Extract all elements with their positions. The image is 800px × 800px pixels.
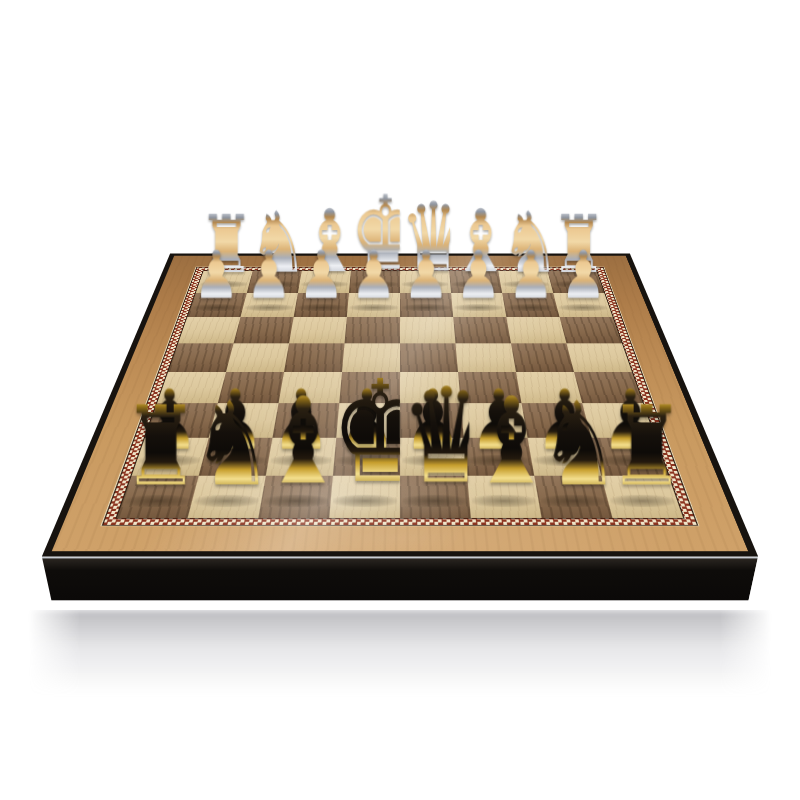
piece-black-king-e8: ♚: [321, 361, 410, 502]
piece-shadow-f8: [263, 495, 329, 508]
piece-black-pawn-e7: ♟: [325, 379, 409, 462]
square-f2: [294, 293, 349, 317]
piece-shadow-h8: [123, 495, 191, 508]
chess-board: ♜♞♝♚♛♝♞♜♟♟♟♟♟♟♟♟♟♟♟♟♟♟♟♟♜♞♝♚♛♝♞♜: [42, 254, 758, 557]
square-e1: [349, 271, 400, 293]
square-c3: [453, 317, 511, 343]
piece-black-pawn-d7: ♟: [391, 379, 475, 462]
square-b4: [511, 343, 574, 372]
piece-shadow-g7: [204, 455, 268, 466]
piece-shadow-h7: [137, 455, 202, 466]
piece-black-pawn-c7: ♟: [457, 379, 541, 462]
square-h3: [178, 317, 240, 343]
square-e2: [347, 293, 400, 317]
piece-black-queen-d8: ♛: [390, 370, 479, 502]
piece-shadow-e7: [336, 455, 398, 466]
square-b1: [498, 271, 553, 293]
square-g4: [226, 343, 289, 372]
piece-black-pawn-g7: ♟: [193, 379, 277, 462]
square-e3: [345, 317, 400, 343]
black-pawn-glyph: ♟: [466, 379, 532, 462]
square-h2: [187, 293, 247, 317]
piece-shadow-f7: [270, 455, 333, 466]
page-root: ♜♞♝♚♛♝♞♜♟♟♟♟♟♟♟♟♟♟♟♟♟♟♟♟♜♞♝♚♛♝♞♜: [0, 0, 800, 800]
square-f3: [289, 317, 347, 343]
piece-shadow-a8: [609, 495, 677, 508]
piece-shadow-e8: [333, 495, 398, 508]
square-c2: [451, 293, 506, 317]
square-g3: [234, 317, 294, 343]
piece-black-bishop-c8: ♝: [460, 382, 549, 502]
square-g2: [240, 293, 297, 317]
black-pawn-glyph: ♟: [532, 379, 598, 462]
black-pawn-glyph: ♟: [268, 379, 334, 462]
piece-shadow-g8: [193, 495, 260, 508]
piece-shadow-c7: [468, 455, 531, 466]
black-pawn-glyph: ♟: [334, 379, 400, 462]
piece-black-knight-b8: ♞: [529, 386, 618, 502]
square-c4: [455, 343, 516, 372]
square-a2: [553, 293, 613, 317]
black-bishop-glyph: ♝: [470, 382, 539, 502]
black-knight-glyph: ♞: [539, 386, 608, 502]
piece-shadow-b8: [540, 495, 607, 508]
square-f1: [298, 271, 351, 293]
square-a3: [560, 317, 622, 343]
square-b2: [502, 293, 559, 317]
piece-black-bishop-f8: ♝: [252, 382, 341, 502]
black-queen-glyph: ♛: [400, 370, 469, 502]
black-pawn-glyph: ♟: [400, 379, 466, 462]
black-knight-glyph: ♞: [192, 386, 261, 502]
board-front-face: [42, 556, 758, 600]
piece-shadow-d7: [402, 455, 464, 466]
scene: ♜♞♝♚♛♝♞♜♟♟♟♟♟♟♟♟♟♟♟♟♟♟♟♟♜♞♝♚♛♝♞♜: [0, 0, 800, 800]
piece-black-pawn-f7: ♟: [259, 379, 343, 462]
square-d4: [400, 343, 458, 372]
piece-shadow-a7: [598, 455, 663, 466]
piece-black-pawn-b7: ♟: [523, 379, 607, 462]
square-d1: [400, 271, 451, 293]
square-f4: [284, 343, 345, 372]
square-a1: [547, 271, 604, 293]
square-a4: [566, 343, 632, 372]
black-king-glyph: ♚: [331, 361, 400, 502]
square-c1: [449, 271, 502, 293]
square-d3: [400, 317, 455, 343]
square-h1: [196, 271, 253, 293]
piece-shadow-b7: [533, 455, 597, 466]
square-d2: [400, 293, 453, 317]
square-b3: [506, 317, 566, 343]
square-h4: [168, 343, 234, 372]
black-bishop-glyph: ♝: [261, 382, 330, 502]
black-pawn-glyph: ♟: [203, 379, 269, 462]
square-g1: [247, 271, 302, 293]
piece-shadow-d8: [402, 495, 467, 508]
piece-black-knight-g8: ♞: [182, 386, 271, 502]
piece-shadow-c8: [471, 495, 537, 508]
square-e4: [342, 343, 400, 372]
